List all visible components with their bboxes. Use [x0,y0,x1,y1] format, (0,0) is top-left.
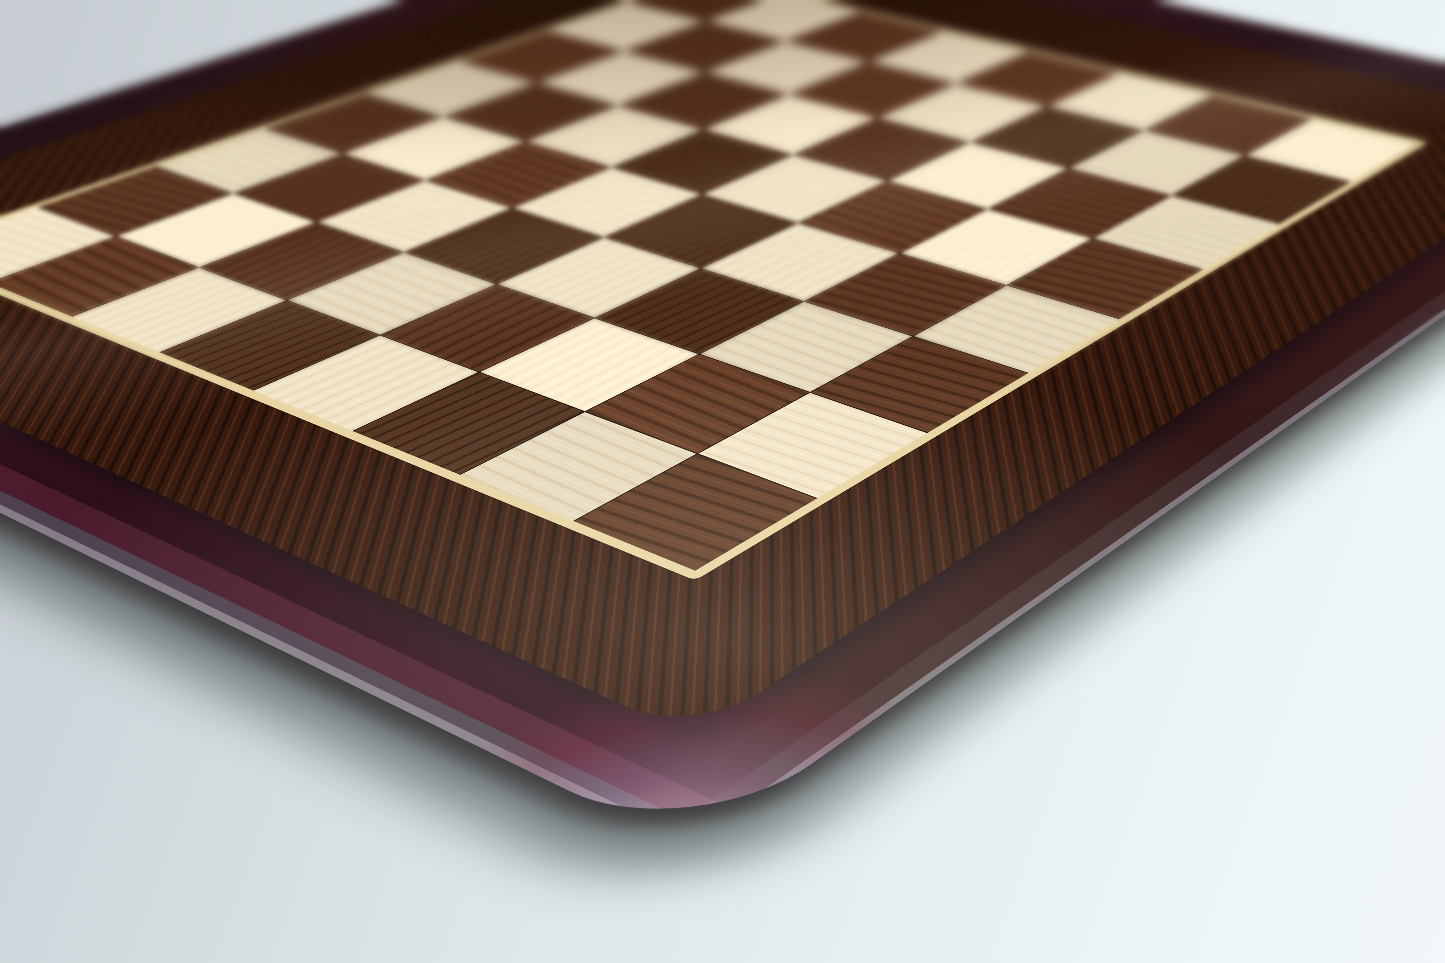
photo-scene [0,0,1445,963]
depth-blur-overlay-far [0,0,1445,212]
